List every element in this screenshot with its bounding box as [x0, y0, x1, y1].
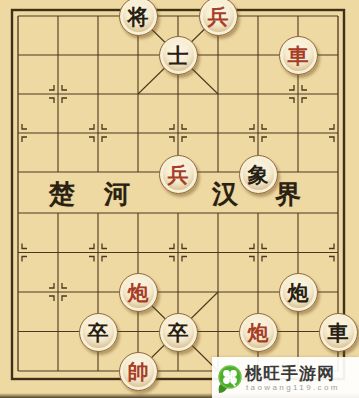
piece-label: 象 — [248, 164, 269, 185]
piece-red-cannon[interactable]: 炮 — [119, 273, 158, 312]
piece-label: 炮 — [128, 283, 149, 304]
piece-label: 卒 — [168, 322, 189, 343]
piece-black-chariot[interactable]: 車 — [319, 313, 358, 352]
piece-red-soldier[interactable]: 兵 — [199, 0, 238, 36]
piece-black-soldier[interactable]: 卒 — [79, 313, 118, 352]
piece-label: 車 — [288, 46, 309, 67]
piece-black-elephant[interactable]: 象 — [239, 155, 278, 194]
piece-label: 兵 — [208, 6, 229, 27]
piece-black-cannon[interactable]: 炮 — [279, 273, 318, 312]
piece-label: 卒 — [88, 322, 109, 343]
piece-red-general[interactable]: 帥 — [119, 352, 158, 391]
piece-label: 車 — [328, 322, 349, 343]
piece-black-advisor[interactable]: 士 — [159, 36, 198, 75]
xiangqi-board-screenshot: 楚 河 汉 界 将兵士車兵象炮炮卒卒炮車帥 桃旺手游网 taowan — [0, 0, 359, 398]
piece-label: 炮 — [288, 283, 309, 304]
watermark: 桃旺手游网 taowang119.com — [212, 357, 359, 398]
piece-label: 士 — [168, 46, 189, 67]
piece-label: 将 — [128, 6, 149, 27]
clover-logo-icon — [215, 360, 245, 396]
piece-black-general[interactable]: 将 — [119, 0, 158, 36]
piece-black-soldier[interactable]: 卒 — [159, 313, 198, 352]
piece-red-chariot[interactable]: 車 — [279, 36, 318, 75]
watermark-title: 桃旺手游网 — [245, 365, 335, 382]
piece-label: 帥 — [128, 362, 149, 383]
watermark-url: taowang119.com — [246, 383, 340, 392]
board-grid[interactable]: 将兵士車兵象炮炮卒卒炮車帥 — [0, 0, 358, 391]
piece-red-cannon[interactable]: 炮 — [239, 313, 278, 352]
piece-label: 炮 — [248, 322, 269, 343]
piece-red-soldier[interactable]: 兵 — [159, 155, 198, 194]
piece-label: 兵 — [168, 164, 189, 185]
